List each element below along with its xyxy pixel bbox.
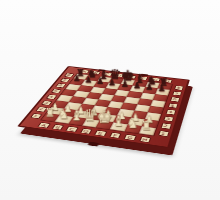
coord-label-8: 8 <box>174 85 184 90</box>
black-pawn[interactable]: ♟ <box>158 84 166 93</box>
coord-label-b: B <box>51 124 64 130</box>
white-rook[interactable]: ♜ <box>44 107 55 119</box>
square-c5[interactable] <box>86 92 102 99</box>
white-king[interactable]: ♚ <box>96 109 112 127</box>
clasp-latch <box>88 142 100 147</box>
coord-label-4: 4 <box>165 109 176 115</box>
coord-label-h: H <box>139 136 152 143</box>
black-pawn[interactable]: ♟ <box>109 79 117 88</box>
coord-label-2: 2 <box>160 123 171 129</box>
coord-label-a: A <box>37 122 50 128</box>
square-h1[interactable]: ♜ <box>139 126 156 135</box>
white-queen[interactable]: ♛ <box>83 108 98 124</box>
black-pawn[interactable]: ♟ <box>96 77 104 85</box>
black-pawn[interactable]: ♟ <box>133 82 141 91</box>
white-bishop[interactable]: ♝ <box>112 114 125 128</box>
black-pawn[interactable]: ♟ <box>85 76 93 84</box>
coord-label-7: 7 <box>172 91 182 96</box>
square-d5[interactable] <box>98 94 114 101</box>
product-photo-background: ABCDEFGH ABCDEFGH 87654321 87654321 ♜♞♝♛… <box>0 0 220 200</box>
coord-label-c: C <box>65 126 78 132</box>
coord-label-f: F <box>109 132 122 139</box>
white-knight[interactable]: ♞ <box>126 117 138 130</box>
coord-label-e: E <box>94 130 107 137</box>
square-f1[interactable]: ♝ <box>110 122 128 131</box>
black-pawn[interactable]: ♟ <box>121 80 129 89</box>
coord-label-3: 3 <box>163 116 174 122</box>
coord-label-d: D <box>80 128 93 134</box>
white-rook[interactable]: ♜ <box>141 120 152 132</box>
black-pawn[interactable]: ♟ <box>73 75 81 83</box>
chess-board-3d: ABCDEFGH ABCDEFGH 87654321 87654321 ♜♞♝♛… <box>41 31 181 171</box>
coord-label-6: 6 <box>170 97 180 102</box>
coord-label-g: G <box>124 134 137 141</box>
white-bishop[interactable]: ♝ <box>70 109 83 123</box>
coord-label-5: 5 <box>167 103 178 109</box>
white-knight[interactable]: ♞ <box>57 108 69 121</box>
black-pawn[interactable]: ♟ <box>146 83 154 92</box>
square-h6[interactable] <box>153 94 168 101</box>
coord-label-1: 1 <box>157 130 169 137</box>
